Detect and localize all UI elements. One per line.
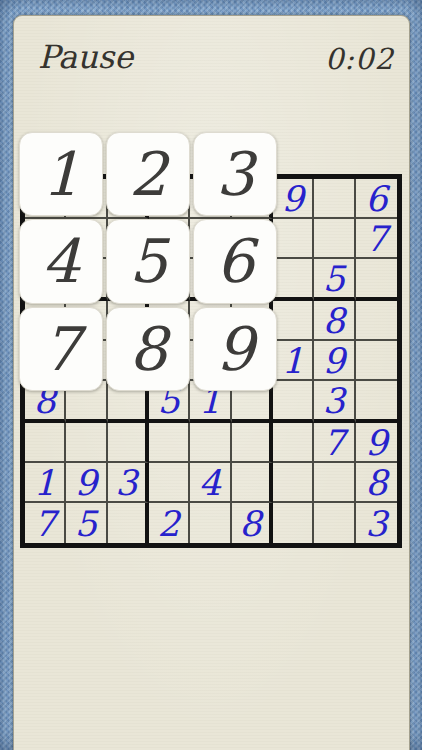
- cell-r3c9[interactable]: [356, 259, 397, 301]
- numpad-key-4[interactable]: 4: [19, 219, 103, 303]
- cell-r1c8[interactable]: [314, 179, 355, 219]
- cell-r7c1[interactable]: [25, 423, 66, 463]
- cell-r9c8[interactable]: [314, 503, 355, 543]
- cell-r7c5[interactable]: [190, 423, 231, 463]
- numpad-key-2[interactable]: 2: [106, 132, 190, 216]
- cell-r5c8[interactable]: 9: [314, 341, 355, 381]
- cell-r1c9[interactable]: 6: [356, 179, 397, 219]
- numpad-key-3[interactable]: 3: [193, 132, 277, 216]
- cell-r4c7[interactable]: [273, 301, 314, 341]
- cell-r6c8[interactable]: 3: [314, 381, 355, 423]
- cell-r8c2[interactable]: 9: [66, 463, 107, 503]
- numpad-key-7[interactable]: 7: [19, 307, 103, 391]
- cell-r9c4[interactable]: 2: [149, 503, 190, 543]
- cell-r1c7[interactable]: 9: [273, 179, 314, 219]
- cell-r8c8[interactable]: [314, 463, 355, 503]
- cell-r4c9[interactable]: [356, 301, 397, 341]
- cell-r8c3[interactable]: 3: [108, 463, 149, 503]
- cell-r4c8[interactable]: 8: [314, 301, 355, 341]
- pause-button[interactable]: Pause: [38, 40, 133, 74]
- timer-display: 0:02: [325, 43, 394, 75]
- cell-r8c7[interactable]: [273, 463, 314, 503]
- cell-r9c6[interactable]: 8: [232, 503, 273, 543]
- cell-r7c9[interactable]: 9: [356, 423, 397, 463]
- cell-r2c7[interactable]: [273, 219, 314, 259]
- cell-r7c2[interactable]: [66, 423, 107, 463]
- cell-r7c4[interactable]: [149, 423, 190, 463]
- numpad-key-9[interactable]: 9: [193, 307, 277, 391]
- cell-r2c8[interactable]: [314, 219, 355, 259]
- cell-r3c8[interactable]: 5: [314, 259, 355, 301]
- cell-r9c1[interactable]: 7: [25, 503, 66, 543]
- cell-r6c7[interactable]: [273, 381, 314, 423]
- cell-r3c7[interactable]: [273, 259, 314, 301]
- cell-r9c5[interactable]: [190, 503, 231, 543]
- cell-r7c8[interactable]: 7: [314, 423, 355, 463]
- cell-r6c9[interactable]: [356, 381, 397, 423]
- app-screen: Pause 0:02 96758198513791934875283 12345…: [0, 0, 422, 750]
- cell-r9c2[interactable]: 5: [66, 503, 107, 543]
- numpad-key-1[interactable]: 1: [19, 132, 103, 216]
- cell-r8c6[interactable]: [232, 463, 273, 503]
- cell-r8c5[interactable]: 4: [190, 463, 231, 503]
- cell-r8c1[interactable]: 1: [25, 463, 66, 503]
- cell-r9c3[interactable]: [108, 503, 149, 543]
- cell-r8c4[interactable]: [149, 463, 190, 503]
- numpad-key-5[interactable]: 5: [106, 219, 190, 303]
- numpad-key-6[interactable]: 6: [193, 219, 277, 303]
- cell-r7c6[interactable]: [232, 423, 273, 463]
- cell-r7c3[interactable]: [108, 423, 149, 463]
- cell-r5c7[interactable]: 1: [273, 341, 314, 381]
- numpad-key-8[interactable]: 8: [106, 307, 190, 391]
- cell-r9c7[interactable]: [273, 503, 314, 543]
- cell-r8c9[interactable]: 8: [356, 463, 397, 503]
- cell-r9c9[interactable]: 3: [356, 503, 397, 543]
- number-pad: 123456789: [19, 132, 277, 391]
- cell-r2c9[interactable]: 7: [356, 219, 397, 259]
- cell-r7c7[interactable]: [273, 423, 314, 463]
- cell-r5c9[interactable]: [356, 341, 397, 381]
